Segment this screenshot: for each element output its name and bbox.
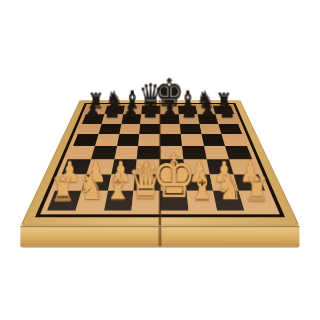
- square-b1: ♞: [75, 191, 107, 210]
- square-e1: ♚: [160, 191, 188, 210]
- square-h2: ♟: [234, 174, 265, 191]
- square-d4: [137, 146, 160, 159]
- square-d6: [139, 124, 160, 135]
- square-h6: [219, 124, 243, 135]
- square-c7: ♟: [121, 114, 141, 123]
- square-f1: ♝: [186, 191, 216, 210]
- board-scene: ♜♞♝♛♚♝♞♜♟♟♟♟♟♟♟♟♟♟♟♟♟♟♟♟♜♞♝♛♚♝♞♜: [0, 0, 320, 320]
- piece-black-bishop-f8: ♝: [178, 88, 197, 112]
- square-e7: ♟: [160, 114, 180, 123]
- square-e5: [160, 134, 182, 146]
- square-g7: ♟: [197, 114, 218, 123]
- square-e6: [160, 124, 181, 135]
- piece-black-knight-g8: ♞: [197, 88, 215, 112]
- square-a6: [78, 124, 102, 135]
- square-g5: [201, 134, 225, 146]
- square-e2: ♟: [160, 174, 186, 191]
- piece-black-rook-a8: ♜: [88, 90, 105, 112]
- square-e8: ♚: [160, 106, 179, 115]
- square-c8: ♝: [123, 106, 142, 115]
- square-a5: [73, 134, 98, 146]
- fold-seam-front: [159, 227, 162, 246]
- square-e4: [160, 146, 183, 159]
- square-h7: ♟: [216, 114, 238, 123]
- square-d2: ♟: [134, 174, 160, 191]
- square-f5: [181, 134, 204, 146]
- square-f3: [183, 159, 209, 174]
- square-d5: [138, 134, 160, 146]
- square-h1: ♜: [239, 191, 273, 210]
- square-h3: [229, 159, 258, 174]
- square-f2: ♟: [185, 174, 213, 191]
- piece-black-bishop-c8: ♝: [123, 88, 142, 112]
- square-c2: ♟: [107, 174, 135, 191]
- square-f8: ♝: [178, 106, 197, 115]
- square-f4: [182, 146, 206, 159]
- product-photo: ♜♞♝♛♚♝♞♜♟♟♟♟♟♟♟♟♟♟♟♟♟♟♟♟♜♞♝♛♚♝♞♜: [0, 0, 320, 320]
- square-h4: [225, 146, 252, 159]
- piece-black-rook-h8: ♜: [216, 90, 233, 112]
- square-c6: [119, 124, 141, 135]
- square-f7: ♟: [179, 114, 199, 123]
- square-b6: [98, 124, 121, 135]
- square-d3: [135, 159, 160, 174]
- square-b8: ♞: [104, 106, 124, 115]
- square-c1: ♝: [104, 191, 134, 210]
- chess-board: ♜♞♝♛♚♝♞♜♟♟♟♟♟♟♟♟♟♟♟♟♟♟♟♟♜♞♝♛♚♝♞♜: [20, 100, 299, 225]
- square-b4: [91, 146, 117, 159]
- square-d7: ♟: [140, 114, 160, 123]
- square-e3: [160, 159, 185, 174]
- square-d1: ♛: [132, 191, 160, 210]
- square-h5: [222, 134, 247, 146]
- square-b5: [95, 134, 119, 146]
- piece-black-knight-b8: ♞: [105, 88, 123, 112]
- square-b2: ♟: [81, 174, 111, 191]
- square-c5: [117, 134, 140, 146]
- square-d8: ♛: [141, 106, 160, 115]
- square-h8: ♜: [213, 106, 234, 115]
- board-front-edge: [20, 226, 299, 248]
- square-f6: [180, 124, 202, 135]
- square-b7: ♟: [101, 114, 122, 123]
- square-c4: [114, 146, 138, 159]
- square-c3: [111, 159, 137, 174]
- square-b3: [86, 159, 114, 174]
